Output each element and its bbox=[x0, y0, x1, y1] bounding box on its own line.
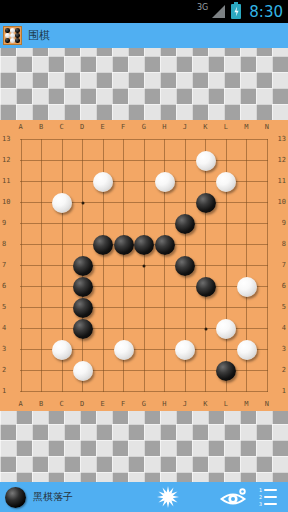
coordinate-label: 10 bbox=[2, 198, 10, 206]
grid-line-vertical bbox=[205, 139, 206, 392]
coordinate-label: 1 bbox=[282, 387, 286, 395]
coordinate-label: L bbox=[224, 400, 228, 408]
wallpaper: AABBCCDDEEFFGGHHJJKKLLMMNN13131212111110… bbox=[0, 48, 288, 482]
white-stone bbox=[216, 172, 236, 192]
star-point bbox=[204, 327, 207, 330]
grid-line-horizontal bbox=[20, 391, 268, 392]
action-buttons: 123 bbox=[156, 485, 283, 509]
turn-status-label: 黑棋落子 bbox=[33, 490, 73, 504]
grid-line-horizontal bbox=[20, 286, 268, 287]
coordinate-label: 4 bbox=[2, 324, 6, 332]
white-stone bbox=[73, 361, 93, 381]
grid-line-vertical bbox=[267, 139, 268, 392]
white-stone bbox=[93, 172, 113, 192]
black-stone bbox=[155, 235, 175, 255]
star-point bbox=[81, 201, 84, 204]
coordinate-label: 9 bbox=[282, 219, 286, 227]
mini-black-stone bbox=[15, 33, 20, 38]
coordinate-label: K bbox=[203, 400, 207, 408]
coordinate-label: B bbox=[39, 400, 43, 408]
black-stone bbox=[73, 319, 93, 339]
mini-black-stone bbox=[5, 28, 10, 33]
black-stone bbox=[175, 256, 195, 276]
list-number: 3 bbox=[258, 502, 262, 507]
coordinate-label: G bbox=[142, 123, 146, 131]
coordinate-label: 3 bbox=[2, 345, 6, 353]
coordinate-label: A bbox=[18, 123, 22, 131]
coordinate-label: 5 bbox=[282, 303, 286, 311]
coordinate-label: N bbox=[265, 400, 269, 408]
app-title: 围棋 bbox=[28, 28, 50, 43]
white-stone bbox=[175, 340, 195, 360]
coordinate-label: 12 bbox=[278, 156, 286, 164]
black-stone bbox=[114, 235, 134, 255]
coordinate-label: K bbox=[203, 123, 207, 131]
black-stone-turn-icon bbox=[5, 487, 26, 508]
phone-screen: 3G 8:30 围棋 AABBCCDDEEFFGGHHJJKKLLMMNN131… bbox=[0, 0, 288, 512]
black-stone bbox=[73, 277, 93, 297]
coordinate-label: 7 bbox=[282, 261, 286, 269]
coordinate-label: C bbox=[59, 400, 63, 408]
signal-strength-icon bbox=[212, 5, 225, 18]
coordinate-label: 13 bbox=[278, 135, 286, 143]
white-stone bbox=[237, 277, 257, 297]
coordinate-label: 11 bbox=[2, 177, 10, 185]
grid-icon[interactable] bbox=[191, 488, 209, 506]
white-stone bbox=[237, 340, 257, 360]
coordinate-label: F bbox=[121, 123, 125, 131]
coordinate-label: 4 bbox=[282, 324, 286, 332]
bottom-bar: 黑棋落子 123 bbox=[0, 482, 288, 512]
eye-icon[interactable] bbox=[220, 488, 247, 507]
coordinate-label: H bbox=[162, 123, 166, 131]
mini-black-stone bbox=[15, 28, 20, 33]
coordinate-label: 10 bbox=[278, 198, 286, 206]
black-stone bbox=[196, 277, 216, 297]
list-bar bbox=[264, 496, 277, 499]
coordinate-label: 3 bbox=[282, 345, 286, 353]
star-point bbox=[143, 264, 146, 267]
coordinate-label: 11 bbox=[278, 177, 286, 185]
list-number: 1 bbox=[258, 488, 262, 493]
coordinate-label: E bbox=[101, 400, 105, 408]
coordinate-label: 5 bbox=[2, 303, 6, 311]
coordinate-label: 2 bbox=[2, 366, 6, 374]
black-stone bbox=[216, 361, 236, 381]
coordinate-label: 7 bbox=[2, 261, 6, 269]
coordinate-label: J bbox=[183, 400, 187, 408]
black-stone bbox=[175, 214, 195, 234]
coordinate-label: G bbox=[142, 400, 146, 408]
list-number: 2 bbox=[258, 495, 262, 500]
coordinate-label: 8 bbox=[282, 240, 286, 248]
black-stone bbox=[196, 193, 216, 213]
white-stone bbox=[114, 340, 134, 360]
battery-charging-icon bbox=[231, 4, 241, 19]
black-stone bbox=[93, 235, 113, 255]
white-stone bbox=[196, 151, 216, 171]
list-bar bbox=[264, 503, 277, 506]
coordinate-label: 9 bbox=[2, 219, 6, 227]
go-board[interactable]: AABBCCDDEEFFGGHHJJKKLLMMNN13131212111110… bbox=[0, 120, 288, 411]
coordinate-label: M bbox=[244, 400, 248, 408]
network-type-label: 3G bbox=[197, 3, 208, 12]
black-stone bbox=[73, 298, 93, 318]
coordinate-label: D bbox=[80, 123, 84, 131]
coordinate-label: F bbox=[121, 400, 125, 408]
clock: 8:30 bbox=[249, 3, 283, 21]
coordinate-label: H bbox=[162, 400, 166, 408]
coordinate-label: 6 bbox=[282, 282, 286, 290]
list-bar bbox=[264, 489, 277, 492]
coordinate-label: 13 bbox=[2, 135, 10, 143]
lightning-bolt-icon bbox=[233, 5, 240, 18]
coordinate-label: D bbox=[80, 400, 84, 408]
mini-white-stone bbox=[5, 33, 10, 38]
grid-line-horizontal bbox=[20, 307, 268, 308]
coordinate-label: N bbox=[265, 123, 269, 131]
burst-icon[interactable] bbox=[156, 485, 180, 509]
coordinate-label: 12 bbox=[2, 156, 10, 164]
coordinate-label: A bbox=[18, 400, 22, 408]
coordinate-label: 6 bbox=[2, 282, 6, 290]
mini-black-stone bbox=[5, 38, 10, 43]
coordinate-label: 1 bbox=[2, 387, 6, 395]
coordinate-label: L bbox=[224, 123, 228, 131]
title-bar: 围棋 bbox=[0, 23, 288, 48]
coordinate-label: 8 bbox=[2, 240, 6, 248]
mini-black-stone bbox=[15, 38, 20, 43]
white-stone bbox=[155, 172, 175, 192]
black-stone bbox=[73, 256, 93, 276]
coordinate-label: M bbox=[244, 123, 248, 131]
coordinate-label: 2 bbox=[282, 366, 286, 374]
coordinate-label: E bbox=[101, 123, 105, 131]
numbered-list-icon[interactable]: 123 bbox=[258, 488, 277, 507]
white-stone bbox=[216, 319, 236, 339]
status-bar: 3G 8:30 bbox=[0, 0, 288, 23]
coordinate-label: J bbox=[183, 123, 187, 131]
coordinate-label: C bbox=[59, 123, 63, 131]
black-stone bbox=[134, 235, 154, 255]
app-icon bbox=[3, 26, 22, 45]
coordinate-label: B bbox=[39, 123, 43, 131]
mini-white-stone bbox=[10, 38, 15, 43]
white-stone bbox=[52, 340, 72, 360]
white-stone bbox=[52, 193, 72, 213]
mini-white-stone bbox=[10, 28, 15, 33]
mini-white-stone bbox=[10, 33, 15, 38]
